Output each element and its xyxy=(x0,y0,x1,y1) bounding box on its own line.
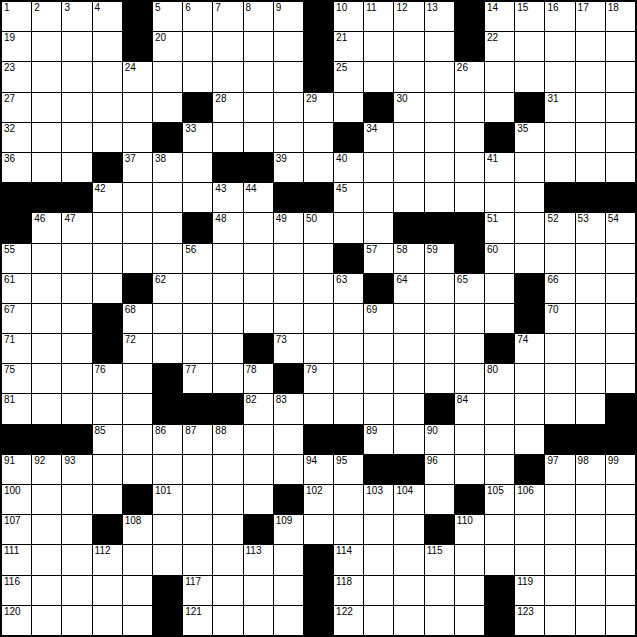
cell-r16c10[interactable] xyxy=(274,455,303,484)
cell-r12c12[interactable] xyxy=(334,334,363,363)
cell-r19c15[interactable]: 115 xyxy=(425,545,454,574)
cell-r5c13[interactable]: 34 xyxy=(364,123,393,152)
cell-r5c21[interactable] xyxy=(606,123,635,152)
cell-r18c7[interactable] xyxy=(183,515,212,544)
cell-r19c5[interactable] xyxy=(123,545,152,574)
cell-r1c6[interactable]: 5 xyxy=(153,2,182,31)
cell-r11c19[interactable]: 70 xyxy=(545,304,574,333)
cell-r1c17[interactable]: 14 xyxy=(485,2,514,31)
cell-r5c7[interactable]: 33 xyxy=(183,123,212,152)
cell-r13c15[interactable] xyxy=(425,364,454,393)
cell-r15c6[interactable]: 86 xyxy=(153,425,182,454)
cell-r9c6[interactable] xyxy=(153,244,182,273)
cell-r2c10[interactable] xyxy=(274,32,303,61)
cell-r8c19[interactable]: 52 xyxy=(545,213,574,242)
cell-r1c19[interactable]: 16 xyxy=(545,2,574,31)
cell-r4c21[interactable] xyxy=(606,93,635,122)
cell-r10c11[interactable] xyxy=(304,274,333,303)
cell-r3c7[interactable] xyxy=(183,62,212,91)
cell-r10c19[interactable]: 66 xyxy=(545,274,574,303)
cell-r7c15[interactable] xyxy=(425,183,454,212)
cell-r17c9[interactable] xyxy=(244,485,273,514)
cell-r8c3[interactable]: 47 xyxy=(62,213,91,242)
cell-r4c19[interactable]: 31 xyxy=(545,93,574,122)
cell-r9c15[interactable]: 59 xyxy=(425,244,454,273)
cell-r18c5[interactable]: 108 xyxy=(123,515,152,544)
cell-r20c2[interactable] xyxy=(32,576,61,605)
cell-r10c7[interactable] xyxy=(183,274,212,303)
cell-r6c5[interactable]: 37 xyxy=(123,153,152,182)
cell-r11c2[interactable] xyxy=(32,304,61,333)
cell-r14c14[interactable] xyxy=(394,394,423,423)
cell-r14c16[interactable]: 84 xyxy=(455,394,484,423)
cell-r3c14[interactable] xyxy=(394,62,423,91)
cell-r12c7[interactable] xyxy=(183,334,212,363)
cell-r12c10[interactable]: 73 xyxy=(274,334,303,363)
cell-r8c6[interactable] xyxy=(153,213,182,242)
cell-r3c9[interactable] xyxy=(244,62,273,91)
cell-r2c6[interactable]: 20 xyxy=(153,32,182,61)
cell-r13c21[interactable] xyxy=(606,364,635,393)
cell-r8c8[interactable]: 48 xyxy=(213,213,242,242)
cell-r1c9[interactable]: 8 xyxy=(244,2,273,31)
cell-r2c17[interactable]: 22 xyxy=(485,32,514,61)
cell-r17c19[interactable] xyxy=(545,485,574,514)
cell-r6c14[interactable] xyxy=(394,153,423,182)
cell-r21c14[interactable] xyxy=(394,606,423,635)
cell-r13c14[interactable] xyxy=(394,364,423,393)
cell-r7c9[interactable]: 44 xyxy=(244,183,273,212)
cell-r16c11[interactable]: 94 xyxy=(304,455,333,484)
cell-r19c13[interactable] xyxy=(364,545,393,574)
cell-r20c7[interactable]: 117 xyxy=(183,576,212,605)
cell-r5c9[interactable] xyxy=(244,123,273,152)
cell-r12c6[interactable] xyxy=(153,334,182,363)
cell-r10c10[interactable] xyxy=(274,274,303,303)
cell-r9c14[interactable]: 58 xyxy=(394,244,423,273)
cell-r20c15[interactable] xyxy=(425,576,454,605)
cell-r19c6[interactable] xyxy=(153,545,182,574)
cell-r18c18[interactable] xyxy=(515,515,544,544)
cell-r11c17[interactable] xyxy=(485,304,514,333)
cell-r3c20[interactable] xyxy=(576,62,605,91)
cell-r3c3[interactable] xyxy=(62,62,91,91)
cell-r2c13[interactable] xyxy=(364,32,393,61)
cell-r21c10[interactable] xyxy=(274,606,303,635)
cell-r8c11[interactable]: 50 xyxy=(304,213,333,242)
cell-r16c4[interactable] xyxy=(93,455,122,484)
cell-r13c11[interactable]: 79 xyxy=(304,364,333,393)
cell-r1c14[interactable]: 12 xyxy=(394,2,423,31)
cell-r10c12[interactable]: 63 xyxy=(334,274,363,303)
cell-r6c15[interactable] xyxy=(425,153,454,182)
cell-r11c21[interactable] xyxy=(606,304,635,333)
cell-r21c2[interactable] xyxy=(32,606,61,635)
cell-r13c3[interactable] xyxy=(62,364,91,393)
cell-r17c15[interactable] xyxy=(425,485,454,514)
cell-r20c1[interactable]: 116 xyxy=(2,576,31,605)
cell-r19c10[interactable] xyxy=(274,545,303,574)
cell-r15c18[interactable] xyxy=(515,425,544,454)
cell-r7c13[interactable] xyxy=(364,183,393,212)
cell-r2c1[interactable]: 19 xyxy=(2,32,31,61)
cell-r5c18[interactable]: 35 xyxy=(515,123,544,152)
cell-r4c5[interactable] xyxy=(123,93,152,122)
cell-r16c3[interactable]: 93 xyxy=(62,455,91,484)
cell-r6c2[interactable] xyxy=(32,153,61,182)
cell-r14c19[interactable] xyxy=(545,394,574,423)
cell-r9c19[interactable] xyxy=(545,244,574,273)
cell-r13c20[interactable] xyxy=(576,364,605,393)
cell-r21c21[interactable] xyxy=(606,606,635,635)
cell-r3c16[interactable]: 26 xyxy=(455,62,484,91)
cell-r18c10[interactable]: 109 xyxy=(274,515,303,544)
cell-r2c15[interactable] xyxy=(425,32,454,61)
cell-r13c2[interactable] xyxy=(32,364,61,393)
cell-r18c8[interactable] xyxy=(213,515,242,544)
cell-r9c8[interactable] xyxy=(213,244,242,273)
cell-r18c1[interactable]: 107 xyxy=(2,515,31,544)
cell-r11c10[interactable] xyxy=(274,304,303,333)
cell-r21c20[interactable] xyxy=(576,606,605,635)
cell-r19c9[interactable]: 113 xyxy=(244,545,273,574)
cell-r17c13[interactable]: 103 xyxy=(364,485,393,514)
cell-r4c8[interactable]: 28 xyxy=(213,93,242,122)
cell-r8c4[interactable] xyxy=(93,213,122,242)
cell-r15c9[interactable] xyxy=(244,425,273,454)
cell-r17c14[interactable]: 104 xyxy=(394,485,423,514)
cell-r11c20[interactable] xyxy=(576,304,605,333)
cell-r3c8[interactable] xyxy=(213,62,242,91)
cell-r21c5[interactable] xyxy=(123,606,152,635)
cell-r9c5[interactable] xyxy=(123,244,152,273)
cell-r21c16[interactable] xyxy=(455,606,484,635)
cell-r2c20[interactable] xyxy=(576,32,605,61)
cell-r17c4[interactable] xyxy=(93,485,122,514)
cell-r5c3[interactable] xyxy=(62,123,91,152)
cell-r3c1[interactable]: 23 xyxy=(2,62,31,91)
cell-r7c12[interactable]: 45 xyxy=(334,183,363,212)
cell-r20c9[interactable] xyxy=(244,576,273,605)
cell-r20c4[interactable] xyxy=(93,576,122,605)
cell-r14c17[interactable] xyxy=(485,394,514,423)
cell-r19c16[interactable] xyxy=(455,545,484,574)
cell-r5c19[interactable] xyxy=(545,123,574,152)
cell-r12c14[interactable] xyxy=(394,334,423,363)
cell-r13c5[interactable] xyxy=(123,364,152,393)
cell-r11c7[interactable] xyxy=(183,304,212,333)
cell-r19c3[interactable] xyxy=(62,545,91,574)
cell-r7c8[interactable]: 43 xyxy=(213,183,242,212)
cell-r6c6[interactable]: 38 xyxy=(153,153,182,182)
cell-r2c12[interactable]: 21 xyxy=(334,32,363,61)
cell-r9c18[interactable] xyxy=(515,244,544,273)
cell-r7c4[interactable]: 42 xyxy=(93,183,122,212)
cell-r8c12[interactable] xyxy=(334,213,363,242)
cell-r15c13[interactable]: 89 xyxy=(364,425,393,454)
cell-r5c2[interactable] xyxy=(32,123,61,152)
cell-r21c4[interactable] xyxy=(93,606,122,635)
cell-r21c15[interactable] xyxy=(425,606,454,635)
cell-r3c15[interactable] xyxy=(425,62,454,91)
cell-r1c15[interactable]: 13 xyxy=(425,2,454,31)
cell-r9c2[interactable] xyxy=(32,244,61,273)
cell-r1c2[interactable]: 2 xyxy=(32,2,61,31)
cell-r6c10[interactable]: 39 xyxy=(274,153,303,182)
cell-r15c4[interactable]: 85 xyxy=(93,425,122,454)
cell-r4c14[interactable]: 30 xyxy=(394,93,423,122)
cell-r5c5[interactable] xyxy=(123,123,152,152)
cell-r12c11[interactable] xyxy=(304,334,333,363)
cell-r14c12[interactable] xyxy=(334,394,363,423)
cell-r16c15[interactable]: 96 xyxy=(425,455,454,484)
cell-r17c11[interactable]: 102 xyxy=(304,485,333,514)
cell-r14c2[interactable] xyxy=(32,394,61,423)
cell-r20c8[interactable] xyxy=(213,576,242,605)
cell-r21c13[interactable] xyxy=(364,606,393,635)
cell-r7c6[interactable] xyxy=(153,183,182,212)
cell-r5c16[interactable] xyxy=(455,123,484,152)
cell-r16c2[interactable]: 92 xyxy=(32,455,61,484)
cell-r17c20[interactable] xyxy=(576,485,605,514)
cell-r1c3[interactable]: 3 xyxy=(62,2,91,31)
cell-r16c5[interactable] xyxy=(123,455,152,484)
cell-r4c20[interactable] xyxy=(576,93,605,122)
cell-r7c18[interactable] xyxy=(515,183,544,212)
cell-r10c15[interactable] xyxy=(425,274,454,303)
cell-r17c6[interactable]: 101 xyxy=(153,485,182,514)
cell-r8c21[interactable]: 54 xyxy=(606,213,635,242)
cell-r8c18[interactable] xyxy=(515,213,544,242)
cell-r19c12[interactable]: 114 xyxy=(334,545,363,574)
cell-r4c9[interactable] xyxy=(244,93,273,122)
cell-r12c21[interactable] xyxy=(606,334,635,363)
cell-r10c8[interactable] xyxy=(213,274,242,303)
cell-r13c8[interactable] xyxy=(213,364,242,393)
cell-r11c6[interactable] xyxy=(153,304,182,333)
cell-r11c13[interactable]: 69 xyxy=(364,304,393,333)
cell-r10c14[interactable]: 64 xyxy=(394,274,423,303)
cell-r10c20[interactable] xyxy=(576,274,605,303)
cell-r16c19[interactable]: 97 xyxy=(545,455,574,484)
cell-r14c13[interactable] xyxy=(364,394,393,423)
cell-r16c6[interactable] xyxy=(153,455,182,484)
cell-r17c21[interactable] xyxy=(606,485,635,514)
cell-r12c15[interactable] xyxy=(425,334,454,363)
cell-r21c18[interactable]: 123 xyxy=(515,606,544,635)
cell-r8c9[interactable] xyxy=(244,213,273,242)
cell-r3c21[interactable] xyxy=(606,62,635,91)
cell-r18c17[interactable] xyxy=(485,515,514,544)
cell-r6c7[interactable] xyxy=(183,153,212,182)
cell-r6c12[interactable]: 40 xyxy=(334,153,363,182)
cell-r13c16[interactable] xyxy=(455,364,484,393)
cell-r2c8[interactable] xyxy=(213,32,242,61)
cell-r9c20[interactable] xyxy=(576,244,605,273)
cell-r2c3[interactable] xyxy=(62,32,91,61)
cell-r18c2[interactable] xyxy=(32,515,61,544)
cell-r5c14[interactable] xyxy=(394,123,423,152)
cell-r6c13[interactable] xyxy=(364,153,393,182)
cell-r11c8[interactable] xyxy=(213,304,242,333)
cell-r5c4[interactable] xyxy=(93,123,122,152)
cell-r5c10[interactable] xyxy=(274,123,303,152)
cell-r20c14[interactable] xyxy=(394,576,423,605)
cell-r18c3[interactable] xyxy=(62,515,91,544)
cell-r2c9[interactable] xyxy=(244,32,273,61)
cell-r20c5[interactable] xyxy=(123,576,152,605)
cell-r3c18[interactable] xyxy=(515,62,544,91)
cell-r12c5[interactable]: 72 xyxy=(123,334,152,363)
cell-r10c2[interactable] xyxy=(32,274,61,303)
cell-r20c10[interactable] xyxy=(274,576,303,605)
cell-r11c16[interactable] xyxy=(455,304,484,333)
cell-r3c19[interactable] xyxy=(545,62,574,91)
cell-r2c19[interactable] xyxy=(545,32,574,61)
cell-r9c17[interactable]: 60 xyxy=(485,244,514,273)
cell-r6c3[interactable] xyxy=(62,153,91,182)
cell-r2c7[interactable] xyxy=(183,32,212,61)
cell-r19c18[interactable] xyxy=(515,545,544,574)
cell-r12c8[interactable] xyxy=(213,334,242,363)
cell-r16c8[interactable] xyxy=(213,455,242,484)
cell-r4c4[interactable] xyxy=(93,93,122,122)
cell-r19c17[interactable] xyxy=(485,545,514,574)
cell-r11c5[interactable]: 68 xyxy=(123,304,152,333)
cell-r17c12[interactable] xyxy=(334,485,363,514)
cell-r13c1[interactable]: 75 xyxy=(2,364,31,393)
cell-r20c16[interactable] xyxy=(455,576,484,605)
cell-r9c3[interactable] xyxy=(62,244,91,273)
cell-r13c13[interactable] xyxy=(364,364,393,393)
cell-r9c11[interactable] xyxy=(304,244,333,273)
cell-r13c17[interactable]: 80 xyxy=(485,364,514,393)
cell-r3c17[interactable] xyxy=(485,62,514,91)
cell-r13c12[interactable] xyxy=(334,364,363,393)
cell-r7c17[interactable] xyxy=(485,183,514,212)
cell-r3c2[interactable] xyxy=(32,62,61,91)
cell-r10c6[interactable]: 62 xyxy=(153,274,182,303)
cell-r3c5[interactable]: 24 xyxy=(123,62,152,91)
cell-r8c13[interactable] xyxy=(364,213,393,242)
cell-r1c18[interactable]: 15 xyxy=(515,2,544,31)
cell-r14c10[interactable]: 83 xyxy=(274,394,303,423)
cell-r18c20[interactable] xyxy=(576,515,605,544)
cell-r14c5[interactable] xyxy=(123,394,152,423)
cell-r14c18[interactable] xyxy=(515,394,544,423)
cell-r2c2[interactable] xyxy=(32,32,61,61)
cell-r12c3[interactable] xyxy=(62,334,91,363)
cell-r15c7[interactable]: 87 xyxy=(183,425,212,454)
cell-r14c11[interactable] xyxy=(304,394,333,423)
cell-r21c12[interactable]: 122 xyxy=(334,606,363,635)
cell-r1c13[interactable]: 11 xyxy=(364,2,393,31)
cell-r7c14[interactable] xyxy=(394,183,423,212)
cell-r14c1[interactable]: 81 xyxy=(2,394,31,423)
cell-r14c3[interactable] xyxy=(62,394,91,423)
cell-r6c18[interactable] xyxy=(515,153,544,182)
cell-r20c19[interactable] xyxy=(545,576,574,605)
cell-r21c1[interactable]: 120 xyxy=(2,606,31,635)
cell-r6c1[interactable]: 36 xyxy=(2,153,31,182)
cell-r8c17[interactable]: 51 xyxy=(485,213,514,242)
cell-r4c15[interactable] xyxy=(425,93,454,122)
cell-r19c19[interactable] xyxy=(545,545,574,574)
cell-r19c2[interactable] xyxy=(32,545,61,574)
cell-r14c20[interactable] xyxy=(576,394,605,423)
cell-r18c11[interactable] xyxy=(304,515,333,544)
cell-r5c15[interactable] xyxy=(425,123,454,152)
cell-r16c9[interactable] xyxy=(244,455,273,484)
cell-r19c8[interactable] xyxy=(213,545,242,574)
cell-r1c21[interactable]: 18 xyxy=(606,2,635,31)
cell-r9c4[interactable] xyxy=(93,244,122,273)
cell-r13c19[interactable] xyxy=(545,364,574,393)
cell-r18c14[interactable] xyxy=(394,515,423,544)
cell-r7c7[interactable] xyxy=(183,183,212,212)
cell-r21c3[interactable] xyxy=(62,606,91,635)
cell-r21c19[interactable] xyxy=(545,606,574,635)
cell-r10c4[interactable] xyxy=(93,274,122,303)
cell-r6c19[interactable] xyxy=(545,153,574,182)
cell-r18c6[interactable] xyxy=(153,515,182,544)
cell-r16c12[interactable]: 95 xyxy=(334,455,363,484)
cell-r9c21[interactable] xyxy=(606,244,635,273)
cell-r11c15[interactable] xyxy=(425,304,454,333)
cell-r20c3[interactable] xyxy=(62,576,91,605)
cell-r17c17[interactable]: 105 xyxy=(485,485,514,514)
cell-r17c1[interactable]: 100 xyxy=(2,485,31,514)
cell-r12c18[interactable]: 74 xyxy=(515,334,544,363)
cell-r16c20[interactable]: 98 xyxy=(576,455,605,484)
cell-r6c21[interactable] xyxy=(606,153,635,182)
cell-r5c11[interactable] xyxy=(304,123,333,152)
cell-r3c4[interactable] xyxy=(93,62,122,91)
cell-r15c8[interactable]: 88 xyxy=(213,425,242,454)
cell-r4c2[interactable] xyxy=(32,93,61,122)
cell-r4c10[interactable] xyxy=(274,93,303,122)
cell-r19c4[interactable]: 112 xyxy=(93,545,122,574)
cell-r5c20[interactable] xyxy=(576,123,605,152)
cell-r16c1[interactable]: 91 xyxy=(2,455,31,484)
cell-r2c18[interactable] xyxy=(515,32,544,61)
cell-r4c1[interactable]: 27 xyxy=(2,93,31,122)
cell-r1c10[interactable]: 9 xyxy=(274,2,303,31)
cell-r17c18[interactable]: 106 xyxy=(515,485,544,514)
cell-r12c1[interactable]: 71 xyxy=(2,334,31,363)
cell-r15c14[interactable] xyxy=(394,425,423,454)
cell-r6c20[interactable] xyxy=(576,153,605,182)
cell-r15c16[interactable] xyxy=(455,425,484,454)
cell-r19c21[interactable] xyxy=(606,545,635,574)
cell-r12c2[interactable] xyxy=(32,334,61,363)
cell-r15c10[interactable] xyxy=(274,425,303,454)
cell-r6c17[interactable]: 41 xyxy=(485,153,514,182)
cell-r10c3[interactable] xyxy=(62,274,91,303)
cell-r16c21[interactable]: 99 xyxy=(606,455,635,484)
cell-r6c16[interactable] xyxy=(455,153,484,182)
cell-r18c21[interactable] xyxy=(606,515,635,544)
cell-r11c12[interactable] xyxy=(334,304,363,333)
cell-r2c21[interactable] xyxy=(606,32,635,61)
cell-r20c20[interactable] xyxy=(576,576,605,605)
cell-r1c20[interactable]: 17 xyxy=(576,2,605,31)
cell-r19c7[interactable] xyxy=(183,545,212,574)
cell-r5c8[interactable] xyxy=(213,123,242,152)
cell-r9c13[interactable]: 57 xyxy=(364,244,393,273)
cell-r16c16[interactable] xyxy=(455,455,484,484)
cell-r20c13[interactable] xyxy=(364,576,393,605)
